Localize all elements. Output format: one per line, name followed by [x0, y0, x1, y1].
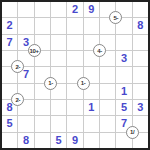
given-digit: 2	[7, 20, 13, 31]
given-digit: 1	[88, 102, 94, 113]
mathrax-board: 2928733718153578595-10+4-2-1-1-2-1/	[0, 0, 150, 150]
given-digit: 5	[7, 118, 13, 129]
cell-r6c8[interactable]: 1	[116, 84, 131, 99]
cell-r3c1[interactable]: 7	[2, 35, 17, 50]
cell-r9c2[interactable]: 8	[18, 133, 33, 148]
cell-r7c5[interactable]	[67, 100, 82, 115]
cell-r2c2[interactable]	[18, 18, 33, 33]
given-digit: 2	[72, 4, 78, 15]
cell-r7c3[interactable]	[35, 100, 50, 115]
mathrax-circle: 1-	[77, 77, 90, 90]
cell-r5c9[interactable]	[133, 67, 148, 82]
cell-r9c1[interactable]	[2, 133, 17, 148]
mathrax-circle: 10+	[28, 44, 41, 57]
cell-r8c7[interactable]	[100, 116, 115, 131]
cell-r7c8[interactable]: 5	[116, 100, 131, 115]
cell-r9c4[interactable]: 5	[51, 133, 66, 148]
cell-r7c9[interactable]: 3	[133, 100, 148, 115]
cell-r5c8[interactable]	[116, 67, 131, 82]
cell-r1c3[interactable]	[35, 2, 50, 17]
mathrax-circle: 1-	[44, 77, 57, 90]
given-digit: 8	[137, 20, 143, 31]
cell-r3c9[interactable]	[133, 35, 148, 50]
cell-r7c4[interactable]	[51, 100, 66, 115]
cell-r4c5[interactable]	[67, 51, 82, 66]
mathrax-puzzle: 2928733718153578595-10+4-2-1-1-2-1/	[0, 0, 150, 150]
cell-r1c6[interactable]: 9	[84, 2, 99, 17]
cell-r9c6[interactable]	[84, 133, 99, 148]
given-digit: 7	[23, 69, 29, 80]
given-digit: 5	[56, 135, 62, 146]
cell-r2c3[interactable]	[35, 18, 50, 33]
cell-r2c1[interactable]: 2	[2, 18, 17, 33]
cell-r8c6[interactable]	[84, 116, 99, 131]
cell-r2c4[interactable]	[51, 18, 66, 33]
mathrax-circle: 4-	[93, 44, 106, 57]
mathrax-circle: 1/	[126, 126, 139, 139]
cell-r3c8[interactable]	[116, 35, 131, 50]
given-digit: 3	[137, 102, 143, 113]
cell-r8c5[interactable]	[67, 116, 82, 131]
given-digit: 7	[121, 118, 127, 129]
cell-r1c1[interactable]	[2, 2, 17, 17]
cell-r9c3[interactable]	[35, 133, 50, 148]
cell-r8c1[interactable]: 5	[2, 116, 17, 131]
cell-r1c9[interactable]	[133, 2, 148, 17]
cell-r3c4[interactable]	[51, 35, 66, 50]
cell-r4c8[interactable]: 3	[116, 51, 131, 66]
given-digit: 3	[121, 53, 127, 64]
cell-r4c9[interactable]	[133, 51, 148, 66]
cell-r8c2[interactable]	[18, 116, 33, 131]
given-digit: 9	[88, 4, 94, 15]
cell-r1c2[interactable]	[18, 2, 33, 17]
cell-r9c7[interactable]	[100, 133, 115, 148]
given-digit: 7	[7, 37, 13, 48]
cell-r1c4[interactable]	[51, 2, 66, 17]
given-digit: 5	[121, 102, 127, 113]
cell-r6c9[interactable]	[133, 84, 148, 99]
cell-r7c6[interactable]: 1	[84, 100, 99, 115]
cell-r3c5[interactable]	[67, 35, 82, 50]
given-digit: 9	[72, 135, 78, 146]
cell-r5c7[interactable]	[100, 67, 115, 82]
given-digit: 1	[121, 86, 127, 97]
cell-r8c3[interactable]	[35, 116, 50, 131]
cell-r2c6[interactable]	[84, 18, 99, 33]
cell-r8c4[interactable]	[51, 116, 66, 131]
cell-r6c7[interactable]	[100, 84, 115, 99]
cell-r2c9[interactable]: 8	[133, 18, 148, 33]
cell-r1c5[interactable]: 2	[67, 2, 82, 17]
given-digit: 8	[23, 135, 29, 146]
cell-r7c7[interactable]	[100, 100, 115, 115]
cell-r4c4[interactable]	[51, 51, 66, 66]
cell-r9c5[interactable]: 9	[67, 133, 82, 148]
cell-r2c5[interactable]	[67, 18, 82, 33]
